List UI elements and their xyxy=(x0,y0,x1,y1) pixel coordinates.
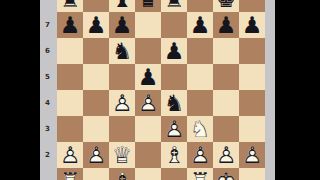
square-d3[interactable] xyxy=(135,116,161,142)
black-pawn-icon: ♟ xyxy=(135,64,161,90)
square-h2[interactable]: ♟♙ xyxy=(239,142,265,168)
black-pawn-icon: ♟ xyxy=(187,12,213,38)
black-pawn-icon: ♟ xyxy=(109,12,135,38)
square-b1[interactable] xyxy=(83,168,109,180)
white-pawn-icon-outline: ♙ xyxy=(57,142,83,168)
white-rook-icon-outline: ♖ xyxy=(57,168,83,180)
square-f6[interactable] xyxy=(187,38,213,64)
square-b6[interactable] xyxy=(83,38,109,64)
square-c5[interactable] xyxy=(109,64,135,90)
square-g6[interactable] xyxy=(213,38,239,64)
square-h5[interactable] xyxy=(239,64,265,90)
square-e3[interactable]: ♟♙ xyxy=(161,116,187,142)
white-knight-icon-outline: ♘ xyxy=(187,116,213,142)
black-knight-icon: ♞ xyxy=(109,38,135,64)
square-e5[interactable] xyxy=(161,64,187,90)
black-queen-icon: ♛ xyxy=(135,0,161,12)
square-b7[interactable]: ♟ xyxy=(83,12,109,38)
square-a7[interactable]: ♟ xyxy=(57,12,83,38)
square-c2[interactable]: ♛♕ xyxy=(109,142,135,168)
white-pawn-icon-outline: ♙ xyxy=(213,142,239,168)
rank-label-6: 6 xyxy=(40,48,55,55)
square-b3[interactable] xyxy=(83,116,109,142)
square-f1[interactable]: ♜♖ xyxy=(187,168,213,180)
square-f5[interactable] xyxy=(187,64,213,90)
square-a2[interactable]: ♟♙ xyxy=(57,142,83,168)
square-c6[interactable]: ♞ xyxy=(109,38,135,64)
square-f4[interactable] xyxy=(187,90,213,116)
white-pawn-icon-outline: ♙ xyxy=(109,90,135,116)
black-pawn-icon: ♟ xyxy=(57,12,83,38)
black-pawn-icon: ♟ xyxy=(161,38,187,64)
square-g3[interactable] xyxy=(213,116,239,142)
square-f3[interactable]: ♞♘ xyxy=(187,116,213,142)
square-e1[interactable] xyxy=(161,168,187,180)
white-pawn-icon-outline: ♙ xyxy=(83,142,109,168)
white-king-icon-outline: ♔ xyxy=(213,168,239,180)
square-a4[interactable] xyxy=(57,90,83,116)
square-a1[interactable]: ♜♖ xyxy=(57,168,83,180)
square-c4[interactable]: ♟♙ xyxy=(109,90,135,116)
square-g7[interactable]: ♟ xyxy=(213,12,239,38)
rank-label-5: 5 xyxy=(40,74,55,81)
square-g8[interactable]: ♚ xyxy=(213,0,239,12)
black-pawn-icon: ♟ xyxy=(213,12,239,38)
black-king-icon: ♚ xyxy=(213,0,239,12)
square-h7[interactable]: ♟ xyxy=(239,12,265,38)
white-bishop-icon-outline: ♗ xyxy=(161,142,187,168)
square-a3[interactable] xyxy=(57,116,83,142)
square-c1[interactable]: ♝♗ xyxy=(109,168,135,180)
white-pawn-icon-outline: ♙ xyxy=(187,142,213,168)
square-b2[interactable]: ♟♙ xyxy=(83,142,109,168)
black-rook-icon: ♜ xyxy=(57,0,83,12)
square-d4[interactable]: ♟♙ xyxy=(135,90,161,116)
square-b5[interactable] xyxy=(83,64,109,90)
square-e6[interactable]: ♟ xyxy=(161,38,187,64)
square-c3[interactable] xyxy=(109,116,135,142)
chess-board[interactable]: ♜♝♛♜♚♟♟♟♟♟♟♞♟♟♟♙♟♙♞♟♙♞♘♟♙♟♙♛♕♝♗♟♙♟♙♟♙♜♖♝… xyxy=(57,0,265,180)
square-d7[interactable] xyxy=(135,12,161,38)
square-c7[interactable]: ♟ xyxy=(109,12,135,38)
white-pawn-icon-outline: ♙ xyxy=(135,90,161,116)
white-pawn-icon-outline: ♙ xyxy=(239,142,265,168)
square-h3[interactable] xyxy=(239,116,265,142)
square-h8[interactable] xyxy=(239,0,265,12)
square-d5[interactable]: ♟ xyxy=(135,64,161,90)
square-h6[interactable] xyxy=(239,38,265,64)
square-h4[interactable] xyxy=(239,90,265,116)
square-g2[interactable]: ♟♙ xyxy=(213,142,239,168)
square-a8[interactable]: ♜ xyxy=(57,0,83,12)
square-g1[interactable]: ♚♔ xyxy=(213,168,239,180)
square-f2[interactable]: ♟♙ xyxy=(187,142,213,168)
white-queen-icon-outline: ♕ xyxy=(109,142,135,168)
white-rook-icon-outline: ♖ xyxy=(187,168,213,180)
black-knight-icon: ♞ xyxy=(161,90,187,116)
square-g4[interactable] xyxy=(213,90,239,116)
square-g5[interactable] xyxy=(213,64,239,90)
square-f8[interactable] xyxy=(187,0,213,12)
square-e2[interactable]: ♝♗ xyxy=(161,142,187,168)
square-e4[interactable]: ♞ xyxy=(161,90,187,116)
white-pawn-icon-outline: ♙ xyxy=(161,116,187,142)
screenshot-viewport: ♜♝♛♜♚♟♟♟♟♟♟♞♟♟♟♙♟♙♞♟♙♞♘♟♙♟♙♛♕♝♗♟♙♟♙♟♙♜♖♝… xyxy=(0,0,320,180)
black-pawn-icon: ♟ xyxy=(83,12,109,38)
square-e7[interactable] xyxy=(161,12,187,38)
rank-label-7: 7 xyxy=(40,22,55,29)
rank-label-4: 4 xyxy=(40,100,55,107)
black-rook-icon: ♜ xyxy=(161,0,187,12)
square-d1[interactable] xyxy=(135,168,161,180)
square-d2[interactable] xyxy=(135,142,161,168)
square-f7[interactable]: ♟ xyxy=(187,12,213,38)
square-c8[interactable]: ♝ xyxy=(109,0,135,12)
square-h1[interactable] xyxy=(239,168,265,180)
square-b8[interactable] xyxy=(83,0,109,12)
rank-label-3: 3 xyxy=(40,126,55,133)
black-bishop-icon: ♝ xyxy=(109,0,135,12)
square-b4[interactable] xyxy=(83,90,109,116)
white-bishop-icon-outline: ♗ xyxy=(109,168,135,180)
rank-label-2: 2 xyxy=(40,152,55,159)
black-pawn-icon: ♟ xyxy=(239,12,265,38)
square-d6[interactable] xyxy=(135,38,161,64)
square-a6[interactable] xyxy=(57,38,83,64)
square-e8[interactable]: ♜ xyxy=(161,0,187,12)
square-a5[interactable] xyxy=(57,64,83,90)
square-d8[interactable]: ♛ xyxy=(135,0,161,12)
